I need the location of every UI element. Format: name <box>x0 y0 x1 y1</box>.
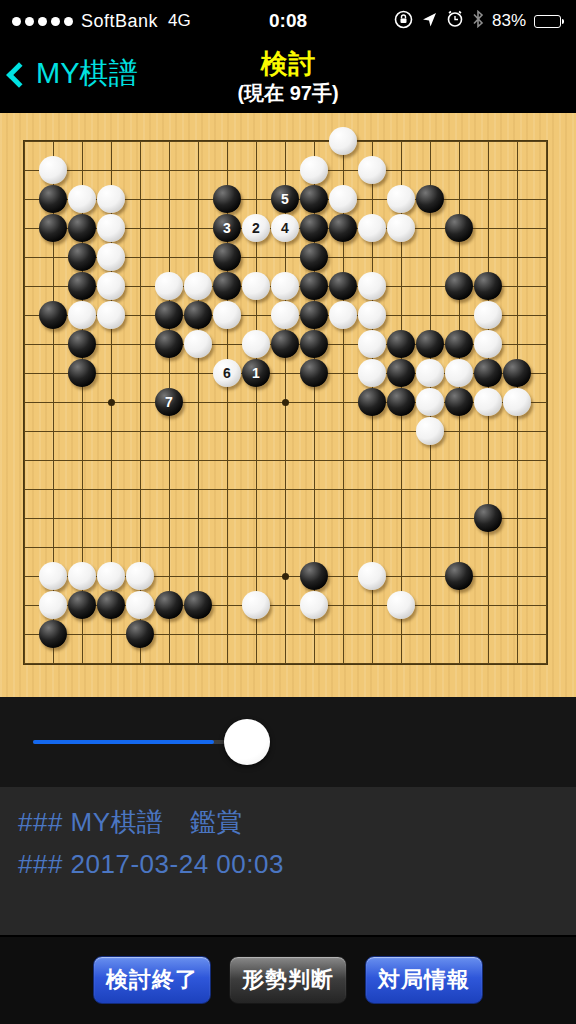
black-stone <box>184 591 212 619</box>
slider-thumb[interactable] <box>224 719 270 765</box>
game-info-button[interactable]: 対局情報 <box>365 956 483 1004</box>
white-stone <box>155 272 183 300</box>
white-stone <box>97 272 125 300</box>
black-stone <box>445 388 473 416</box>
black-stone <box>445 330 473 358</box>
white-stone: 2 <box>242 214 270 242</box>
move-counter-label: (現在 97手) <box>0 80 576 107</box>
black-stone <box>39 214 67 242</box>
black-stone <box>387 359 415 387</box>
black-stone <box>39 301 67 329</box>
black-stone <box>300 272 328 300</box>
black-stone <box>213 185 241 213</box>
black-stone <box>68 591 96 619</box>
black-stone <box>68 359 96 387</box>
black-stone: 5 <box>271 185 299 213</box>
black-stone <box>68 272 96 300</box>
black-stone <box>126 620 154 648</box>
rotation-lock-icon <box>394 10 413 33</box>
white-stone <box>39 591 67 619</box>
black-stone <box>503 359 531 387</box>
black-stone <box>387 330 415 358</box>
star-point <box>282 573 289 580</box>
black-stone <box>39 620 67 648</box>
white-stone <box>97 185 125 213</box>
black-stone <box>387 388 415 416</box>
white-stone <box>358 156 386 184</box>
black-stone <box>300 214 328 242</box>
white-stone <box>387 185 415 213</box>
white-stone <box>126 562 154 590</box>
black-stone <box>329 272 357 300</box>
white-stone <box>358 272 386 300</box>
black-stone <box>39 185 67 213</box>
white-stone <box>358 330 386 358</box>
black-stone <box>184 301 212 329</box>
black-stone <box>97 591 125 619</box>
go-board[interactable]: 5324617 <box>0 113 576 697</box>
white-stone <box>329 185 357 213</box>
white-stone <box>242 591 270 619</box>
black-stone <box>416 185 444 213</box>
white-stone: 4 <box>271 214 299 242</box>
black-stone: 3 <box>213 214 241 242</box>
kifu-date-line: ### 2017-03-24 00:03 <box>18 849 284 880</box>
white-stone <box>474 330 502 358</box>
white-stone <box>358 301 386 329</box>
white-stone <box>68 301 96 329</box>
white-stone <box>68 562 96 590</box>
bottom-button-bar: 検討終了 形勢判断 対局情報 <box>0 935 576 1024</box>
white-stone <box>213 301 241 329</box>
black-stone <box>213 272 241 300</box>
slider-fill <box>33 740 214 744</box>
black-stone <box>68 214 96 242</box>
white-stone <box>184 330 212 358</box>
black-stone <box>300 301 328 329</box>
white-stone <box>416 417 444 445</box>
white-stone <box>387 591 415 619</box>
white-stone <box>68 185 96 213</box>
end-review-button[interactable]: 検討終了 <box>93 956 211 1004</box>
white-stone <box>97 301 125 329</box>
white-stone <box>97 243 125 271</box>
battery-icon <box>534 15 564 28</box>
white-stone <box>39 156 67 184</box>
black-stone <box>300 243 328 271</box>
black-stone <box>474 359 502 387</box>
black-stone <box>155 301 183 329</box>
screen: SoftBank 4G 0:08 83% MY棋譜 <box>0 0 576 1024</box>
white-stone <box>300 156 328 184</box>
white-stone <box>445 359 473 387</box>
black-stone <box>445 272 473 300</box>
black-stone <box>68 330 96 358</box>
white-stone <box>184 272 212 300</box>
bluetooth-icon <box>472 10 484 32</box>
black-stone <box>155 591 183 619</box>
nav-bar: MY棋譜 検討 (現在 97手) <box>0 42 576 113</box>
white-stone <box>474 301 502 329</box>
kifu-title-line: ### MY棋譜 鑑賞 <box>18 805 243 840</box>
playback-control-bar: A <box>0 697 576 787</box>
black-stone <box>68 243 96 271</box>
black-stone: 7 <box>155 388 183 416</box>
white-stone <box>300 591 328 619</box>
white-stone <box>329 301 357 329</box>
white-stone <box>358 359 386 387</box>
white-stone: 6 <box>213 359 241 387</box>
black-stone <box>300 330 328 358</box>
white-stone <box>416 359 444 387</box>
black-stone <box>416 330 444 358</box>
star-point <box>282 399 289 406</box>
black-stone <box>271 330 299 358</box>
star-point <box>108 399 115 406</box>
game-info-area: ### MY棋譜 鑑賞 ### 2017-03-24 00:03 <box>0 787 576 935</box>
white-stone <box>329 127 357 155</box>
white-stone <box>97 214 125 242</box>
white-stone <box>242 330 270 358</box>
white-stone <box>358 562 386 590</box>
position-judge-button[interactable]: 形勢判断 <box>229 956 347 1004</box>
black-stone: 1 <box>242 359 270 387</box>
black-stone <box>474 272 502 300</box>
black-stone <box>300 562 328 590</box>
white-stone <box>358 214 386 242</box>
white-stone <box>242 272 270 300</box>
black-stone <box>300 185 328 213</box>
black-stone <box>358 388 386 416</box>
white-stone <box>126 591 154 619</box>
black-stone <box>155 330 183 358</box>
white-stone <box>271 301 299 329</box>
white-stone <box>387 214 415 242</box>
black-stone <box>300 359 328 387</box>
black-stone <box>474 504 502 532</box>
alarm-icon <box>446 10 464 32</box>
white-stone <box>39 562 67 590</box>
status-bar: SoftBank 4G 0:08 83% <box>0 0 576 42</box>
white-stone <box>271 272 299 300</box>
white-stone <box>503 388 531 416</box>
black-stone <box>213 243 241 271</box>
white-stone <box>97 562 125 590</box>
battery-percent-label: 83% <box>492 11 526 31</box>
black-stone <box>445 214 473 242</box>
black-stone <box>329 214 357 242</box>
page-title: 検討 <box>0 46 576 82</box>
black-stone <box>445 562 473 590</box>
white-stone <box>474 388 502 416</box>
white-stone <box>416 388 444 416</box>
location-icon <box>421 11 438 32</box>
move-slider[interactable] <box>33 697 251 787</box>
